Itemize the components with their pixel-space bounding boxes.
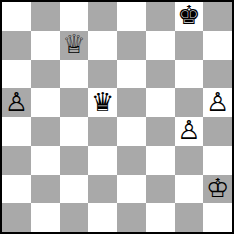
square-f6[interactable] <box>146 60 175 89</box>
white-queen-piece[interactable]: ♕ <box>62 31 85 57</box>
square-e3[interactable] <box>117 146 146 175</box>
square-h1[interactable] <box>203 203 232 232</box>
square-e5[interactable] <box>117 88 146 117</box>
square-d4[interactable] <box>88 117 117 146</box>
square-e2[interactable] <box>117 175 146 204</box>
square-f7[interactable] <box>146 31 175 60</box>
chess-board: ♚♕♙♛♙♙♔ <box>2 2 232 232</box>
square-d7[interactable] <box>88 31 117 60</box>
square-e1[interactable] <box>117 203 146 232</box>
square-c2[interactable] <box>60 175 89 204</box>
square-h7[interactable] <box>203 31 232 60</box>
square-h4[interactable] <box>203 117 232 146</box>
black-queen-piece[interactable]: ♛ <box>91 89 114 115</box>
square-b6[interactable] <box>31 60 60 89</box>
white-pawn-piece[interactable]: ♙ <box>177 117 200 143</box>
square-g2[interactable] <box>175 175 204 204</box>
square-c1[interactable] <box>60 203 89 232</box>
square-c4[interactable] <box>60 117 89 146</box>
square-f3[interactable] <box>146 146 175 175</box>
square-f8[interactable] <box>146 2 175 31</box>
square-c5[interactable] <box>60 88 89 117</box>
square-e7[interactable] <box>117 31 146 60</box>
square-b3[interactable] <box>31 146 60 175</box>
square-g1[interactable] <box>175 203 204 232</box>
square-a5[interactable]: ♙ <box>2 88 31 117</box>
square-d2[interactable] <box>88 175 117 204</box>
square-g5[interactable] <box>175 88 204 117</box>
square-b4[interactable] <box>31 117 60 146</box>
square-d6[interactable] <box>88 60 117 89</box>
square-f1[interactable] <box>146 203 175 232</box>
square-h6[interactable] <box>203 60 232 89</box>
square-d1[interactable] <box>88 203 117 232</box>
square-a6[interactable] <box>2 60 31 89</box>
chess-board-frame: ♚♕♙♛♙♙♔ <box>0 0 234 234</box>
square-b2[interactable] <box>31 175 60 204</box>
square-d5[interactable]: ♛ <box>88 88 117 117</box>
square-b8[interactable] <box>31 2 60 31</box>
square-d3[interactable] <box>88 146 117 175</box>
square-h2[interactable]: ♔ <box>203 175 232 204</box>
square-a3[interactable] <box>2 146 31 175</box>
square-g7[interactable] <box>175 31 204 60</box>
square-g8[interactable]: ♚ <box>175 2 204 31</box>
white-pawn-piece[interactable]: ♙ <box>5 89 28 115</box>
square-a4[interactable] <box>2 117 31 146</box>
square-c3[interactable] <box>60 146 89 175</box>
square-e6[interactable] <box>117 60 146 89</box>
square-h3[interactable] <box>203 146 232 175</box>
white-pawn-piece[interactable]: ♙ <box>206 89 229 115</box>
square-b7[interactable] <box>31 31 60 60</box>
square-a1[interactable] <box>2 203 31 232</box>
square-f4[interactable] <box>146 117 175 146</box>
square-g6[interactable] <box>175 60 204 89</box>
square-b1[interactable] <box>31 203 60 232</box>
square-c8[interactable] <box>60 2 89 31</box>
square-g4[interactable]: ♙ <box>175 117 204 146</box>
square-a8[interactable] <box>2 2 31 31</box>
square-e8[interactable] <box>117 2 146 31</box>
square-d8[interactable] <box>88 2 117 31</box>
square-f5[interactable] <box>146 88 175 117</box>
square-f2[interactable] <box>146 175 175 204</box>
square-c6[interactable] <box>60 60 89 89</box>
square-e4[interactable] <box>117 117 146 146</box>
square-a2[interactable] <box>2 175 31 204</box>
square-a7[interactable] <box>2 31 31 60</box>
black-king-piece[interactable]: ♚ <box>177 2 200 28</box>
square-h8[interactable] <box>203 2 232 31</box>
square-g3[interactable] <box>175 146 204 175</box>
white-king-piece[interactable]: ♔ <box>206 175 229 201</box>
square-h5[interactable]: ♙ <box>203 88 232 117</box>
square-b5[interactable] <box>31 88 60 117</box>
square-c7[interactable]: ♕ <box>60 31 89 60</box>
